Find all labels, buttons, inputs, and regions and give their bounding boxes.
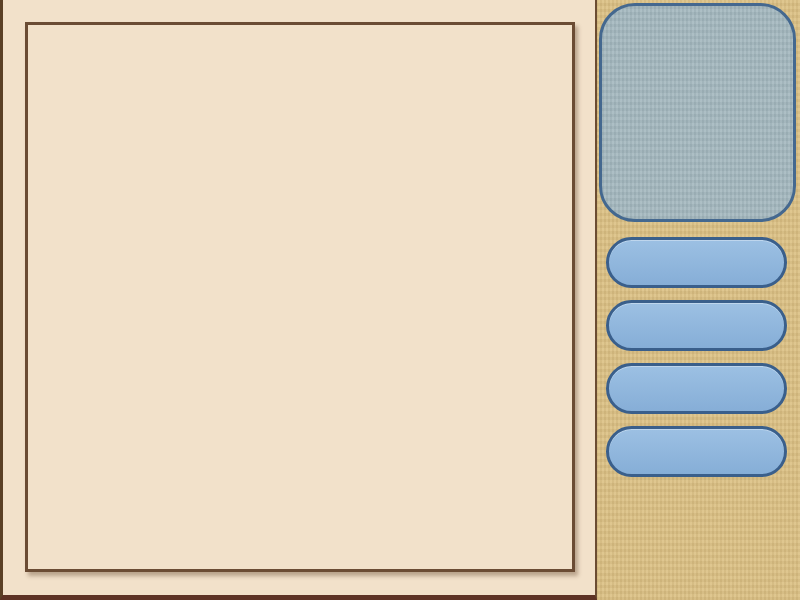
question-box [599,3,796,222]
rank-labels-right [575,25,598,569]
answer-button-b4[interactable] [606,426,787,477]
checkers-board [0,0,597,600]
answer-list [606,237,787,477]
board-grid [28,25,572,569]
file-labels-top [28,0,572,22]
screen [0,0,800,600]
answer-button-h2[interactable] [606,300,787,351]
file-labels-bottom [28,572,572,595]
rank-labels-left [3,25,25,569]
answer-button-d2[interactable] [606,237,787,288]
answer-button-c5[interactable] [606,363,787,414]
board-field [25,22,575,572]
